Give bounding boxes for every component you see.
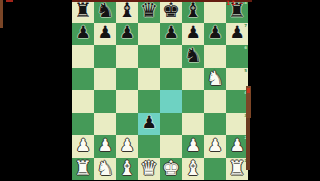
square-e4[interactable] — [160, 90, 182, 113]
square-f4[interactable] — [182, 90, 204, 113]
square-c8[interactable]: ♝ — [116, 0, 138, 23]
black-king: ♚ — [162, 0, 180, 20]
white-queen: ♛ — [140, 158, 158, 178]
square-f8[interactable]: ♝ — [182, 0, 204, 23]
square-c3[interactable] — [116, 113, 138, 136]
black-pawn: ♟ — [141, 114, 156, 131]
black-queen: ♛ — [140, 0, 158, 20]
square-f7[interactable]: ♟ — [182, 23, 204, 46]
square-b8[interactable]: ♞ — [94, 0, 116, 23]
square-g8[interactable] — [204, 0, 226, 23]
wood-edge-right-lower — [246, 118, 250, 170]
square-f5[interactable] — [182, 68, 204, 91]
square-g4[interactable] — [204, 90, 226, 113]
square-d2[interactable] — [138, 135, 160, 158]
square-c6[interactable] — [116, 45, 138, 68]
square-c7[interactable]: ♟ — [116, 23, 138, 46]
square-a3[interactable] — [72, 113, 94, 136]
square-g2[interactable]: ♟ — [204, 135, 226, 158]
square-f2[interactable]: ♟ — [182, 135, 204, 158]
square-b2[interactable]: ♟ — [94, 135, 116, 158]
square-b3[interactable] — [94, 113, 116, 136]
white-knight: ♞ — [206, 68, 224, 88]
rank-label-6: 6 — [244, 46, 247, 50]
black-pawn: ♟ — [163, 24, 178, 41]
square-h3[interactable]: 3 — [226, 113, 248, 136]
white-bishop: ♝ — [184, 158, 202, 178]
black-rook: ♜ — [74, 0, 92, 20]
square-h5[interactable]: 5 — [226, 68, 248, 91]
white-pawn: ♟ — [119, 137, 134, 154]
square-c4[interactable] — [116, 90, 138, 113]
red-speck — [6, 0, 13, 2]
black-pawn: ♟ — [75, 24, 90, 41]
white-pawn: ♟ — [229, 137, 244, 154]
white-pawn: ♟ — [185, 137, 200, 154]
square-b4[interactable] — [94, 90, 116, 113]
white-pawn: ♟ — [97, 137, 112, 154]
square-f3[interactable] — [182, 113, 204, 136]
square-e1[interactable]: ♚ — [160, 158, 182, 181]
wood-edge-red-mark — [247, 88, 250, 93]
square-d5[interactable] — [138, 68, 160, 91]
white-king: ♚ — [162, 158, 180, 178]
square-e5[interactable] — [160, 68, 182, 91]
square-d3[interactable]: ♟ — [138, 113, 160, 136]
square-e6[interactable] — [160, 45, 182, 68]
square-f1[interactable]: ♝ — [182, 158, 204, 181]
square-g7[interactable]: ♟ — [204, 23, 226, 46]
wood-edge-left — [0, 0, 3, 28]
video-frame: ♜♞♝♛♚♝♜8♟♟♟♟♟♟♟7♞6♞54♟3♟♟♟♟♟♟2♜♞♝♛♚♝♜1 1… — [0, 0, 320, 180]
square-a6[interactable] — [72, 45, 94, 68]
white-rook: ♜ — [74, 158, 92, 178]
square-g1[interactable] — [204, 158, 226, 181]
square-d1[interactable]: ♛ — [138, 158, 160, 181]
square-c2[interactable]: ♟ — [116, 135, 138, 158]
black-pawn: ♟ — [185, 24, 200, 41]
white-pawn: ♟ — [207, 137, 222, 154]
square-b6[interactable] — [94, 45, 116, 68]
black-knight: ♞ — [184, 45, 202, 65]
square-g5[interactable]: ♞ — [204, 68, 226, 91]
square-b7[interactable]: ♟ — [94, 23, 116, 46]
square-h7[interactable]: ♟7 — [226, 23, 248, 46]
chess-board: ♜♞♝♛♚♝♜8♟♟♟♟♟♟♟7♞6♞54♟3♟♟♟♟♟♟2♜♞♝♛♚♝♜1 — [72, 0, 248, 180]
square-d4[interactable] — [138, 90, 160, 113]
white-knight: ♞ — [96, 158, 114, 178]
white-pawn: ♟ — [75, 137, 90, 154]
square-e3[interactable] — [160, 113, 182, 136]
square-b1[interactable]: ♞ — [94, 158, 116, 181]
black-knight: ♞ — [96, 0, 114, 20]
square-a2[interactable]: ♟ — [72, 135, 94, 158]
black-bishop: ♝ — [118, 0, 136, 20]
square-b5[interactable] — [94, 68, 116, 91]
square-a5[interactable] — [72, 68, 94, 91]
rank-label-7: 7 — [244, 24, 247, 28]
square-a8[interactable]: ♜ — [72, 0, 94, 23]
square-d7[interactable] — [138, 23, 160, 46]
square-a1[interactable]: ♜ — [72, 158, 94, 181]
black-bishop: ♝ — [184, 0, 202, 20]
rank-label-5: 5 — [244, 69, 247, 73]
square-e2[interactable] — [160, 135, 182, 158]
square-f6[interactable]: ♞ — [182, 45, 204, 68]
square-c5[interactable] — [116, 68, 138, 91]
black-pawn: ♟ — [97, 24, 112, 41]
black-pawn: ♟ — [119, 24, 134, 41]
square-e7[interactable]: ♟ — [160, 23, 182, 46]
black-pawn: ♟ — [207, 24, 222, 41]
square-h4[interactable]: 4 — [226, 90, 248, 113]
square-a4[interactable] — [72, 90, 94, 113]
square-h6[interactable]: 6 — [226, 45, 248, 68]
board-top-edge — [72, 0, 252, 2]
square-d8[interactable]: ♛ — [138, 0, 160, 23]
square-h1[interactable]: ♜1 — [226, 158, 248, 181]
recording-timer: 11 – — [226, 0, 243, 6]
black-pawn: ♟ — [229, 24, 244, 41]
square-h2[interactable]: ♟2 — [226, 135, 248, 158]
square-g3[interactable] — [204, 113, 226, 136]
square-d6[interactable] — [138, 45, 160, 68]
square-a7[interactable]: ♟ — [72, 23, 94, 46]
square-e8[interactable]: ♚ — [160, 0, 182, 23]
white-bishop: ♝ — [118, 158, 136, 178]
square-c1[interactable]: ♝ — [116, 158, 138, 181]
square-g6[interactable] — [204, 45, 226, 68]
